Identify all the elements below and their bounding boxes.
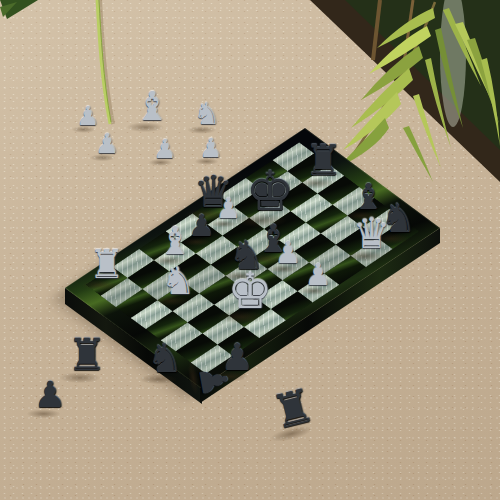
pieces-layer: ♛♟♚♜♝♞♝♞♜♝♟♞♟♚♟♛♟♟♝♟♞♟♜♟♞♟♟♜ <box>0 0 500 500</box>
piece-white-p-off-board[interactable]: ♟ <box>199 135 222 161</box>
piece-white-n-d2[interactable]: ♞ <box>161 262 195 300</box>
piece-white-q-h7[interactable]: ♛ <box>353 214 391 256</box>
piece-white-p-h5[interactable]: ♟ <box>305 260 332 290</box>
piece-black-p-off-board[interactable]: ♟ <box>192 362 233 400</box>
piece-white-b-off-board[interactable]: ♝ <box>134 86 170 126</box>
piece-white-p-off-board[interactable]: ♟ <box>153 136 176 162</box>
piece-black-p-b4[interactable]: ♟ <box>188 211 215 241</box>
piece-black-r-off-board[interactable]: ♜ <box>267 381 318 436</box>
piece-white-b-b3[interactable]: ♝ <box>158 222 192 260</box>
piece-white-r-a1[interactable]: ♜ <box>89 244 125 284</box>
piece-black-r-c8[interactable]: ♜ <box>304 140 342 182</box>
piece-black-k-c6[interactable]: ♚ <box>246 165 294 219</box>
piece-white-p-b5[interactable]: ♟ <box>216 196 241 224</box>
piece-white-p-f5[interactable]: ♟ <box>275 238 302 268</box>
chess-set-photo-scene: ♛♟♚♜♝♞♝♞♜♝♟♞♟♚♟♛♟♟♝♟♞♟♜♟♞♟♟♜ <box>0 0 500 500</box>
piece-black-r-off-board[interactable]: ♜ <box>67 333 106 377</box>
piece-black-p-off-board[interactable]: ♟ <box>34 377 66 413</box>
piece-black-n-off-board[interactable]: ♞ <box>147 338 183 378</box>
piece-white-p-off-board[interactable]: ♟ <box>76 103 99 129</box>
piece-white-p-off-board[interactable]: ♟ <box>95 130 119 157</box>
piece-white-n-off-board[interactable]: ♞ <box>194 99 221 129</box>
piece-white-k-g3[interactable]: ♚ <box>228 266 273 316</box>
